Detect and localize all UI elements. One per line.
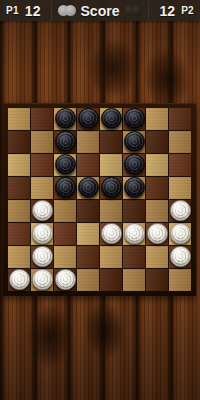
square-r4c7[interactable]	[169, 200, 191, 222]
square-r6c7[interactable]	[169, 246, 191, 268]
square-r5c1[interactable]	[31, 223, 53, 245]
square-r1c1[interactable]	[31, 131, 53, 153]
square-r1c5[interactable]	[123, 131, 145, 153]
square-r3c2[interactable]	[54, 177, 76, 199]
black-piece[interactable]	[124, 108, 145, 129]
square-r7c4[interactable]	[100, 269, 122, 291]
square-r6c0[interactable]	[8, 246, 30, 268]
square-r4c4[interactable]	[100, 200, 122, 222]
black-piece[interactable]	[124, 131, 145, 152]
square-r6c1[interactable]	[31, 246, 53, 268]
square-r1c3[interactable]	[77, 131, 99, 153]
square-r5c3[interactable]	[77, 223, 99, 245]
square-r7c2[interactable]	[54, 269, 76, 291]
square-r3c3[interactable]	[77, 177, 99, 199]
square-r5c7[interactable]	[169, 223, 191, 245]
p1-label: P1	[6, 5, 19, 16]
p1-score: 12	[25, 3, 41, 19]
square-r2c6[interactable]	[146, 154, 168, 176]
black-piece[interactable]	[124, 177, 145, 198]
square-r6c3[interactable]	[77, 246, 99, 268]
black-piece[interactable]	[55, 154, 76, 175]
square-r3c6[interactable]	[146, 177, 168, 199]
square-r2c4[interactable]	[100, 154, 122, 176]
checkers-board	[3, 103, 196, 296]
square-r1c4[interactable]	[100, 131, 122, 153]
square-r1c2[interactable]	[54, 131, 76, 153]
square-r7c6[interactable]	[146, 269, 168, 291]
black-piece[interactable]	[55, 177, 76, 198]
white-piece[interactable]	[32, 246, 53, 267]
white-piece[interactable]	[32, 200, 53, 221]
square-r7c1[interactable]	[31, 269, 53, 291]
square-r5c4[interactable]	[100, 223, 122, 245]
square-r4c2[interactable]	[54, 200, 76, 222]
black-piece[interactable]	[124, 154, 145, 175]
square-r0c6[interactable]	[146, 108, 168, 130]
black-piece[interactable]	[101, 177, 122, 198]
white-piece[interactable]	[55, 269, 76, 290]
square-r2c3[interactable]	[77, 154, 99, 176]
square-r3c4[interactable]	[100, 177, 122, 199]
square-r3c5[interactable]	[123, 177, 145, 199]
square-r5c2[interactable]	[54, 223, 76, 245]
square-r2c1[interactable]	[31, 154, 53, 176]
square-r0c4[interactable]	[100, 108, 122, 130]
board-grid	[8, 108, 191, 291]
light-disc-icon	[65, 5, 76, 16]
square-r5c6[interactable]	[146, 223, 168, 245]
square-r6c2[interactable]	[54, 246, 76, 268]
black-piece[interactable]	[78, 177, 99, 198]
white-piece[interactable]	[124, 223, 145, 244]
p2-score: 12	[160, 3, 176, 19]
white-piece[interactable]	[170, 246, 191, 267]
square-r2c2[interactable]	[54, 154, 76, 176]
square-r3c1[interactable]	[31, 177, 53, 199]
square-r6c5[interactable]	[123, 246, 145, 268]
square-r4c1[interactable]	[31, 200, 53, 222]
white-piece[interactable]	[147, 223, 168, 244]
square-r7c5[interactable]	[123, 269, 145, 291]
square-r6c4[interactable]	[100, 246, 122, 268]
square-r1c6[interactable]	[146, 131, 168, 153]
p1-score-group: P1 12	[6, 3, 40, 19]
square-r5c5[interactable]	[123, 223, 145, 245]
white-piece[interactable]	[170, 223, 191, 244]
square-r0c5[interactable]	[123, 108, 145, 130]
black-piece[interactable]	[55, 108, 76, 129]
square-r1c7[interactable]	[169, 131, 191, 153]
white-piece[interactable]	[170, 200, 191, 221]
square-r2c5[interactable]	[123, 154, 145, 176]
square-r6c6[interactable]	[146, 246, 168, 268]
square-r3c0[interactable]	[8, 177, 30, 199]
white-piece[interactable]	[32, 223, 53, 244]
square-r2c0[interactable]	[8, 154, 30, 176]
square-r1c0[interactable]	[8, 131, 30, 153]
p1-captured-pieces-icon	[58, 5, 76, 16]
white-piece[interactable]	[101, 223, 122, 244]
square-r7c7[interactable]	[169, 269, 191, 291]
white-piece[interactable]	[9, 269, 30, 290]
square-r0c7[interactable]	[169, 108, 191, 130]
p2-captured-pieces-icon	[124, 5, 142, 16]
square-r7c0[interactable]	[8, 269, 30, 291]
p2-score-group: 12 P2	[160, 3, 194, 19]
square-r5c0[interactable]	[8, 223, 30, 245]
square-r0c1[interactable]	[31, 108, 53, 130]
square-r0c0[interactable]	[8, 108, 30, 130]
square-r4c0[interactable]	[8, 200, 30, 222]
black-piece[interactable]	[78, 108, 99, 129]
square-r2c7[interactable]	[169, 154, 191, 176]
square-r4c3[interactable]	[77, 200, 99, 222]
score-center-group: Score	[51, 1, 150, 21]
square-r0c2[interactable]	[54, 108, 76, 130]
black-piece[interactable]	[55, 131, 76, 152]
p2-label: P2	[181, 5, 194, 16]
score-bar: P1 12 Score 12 P2	[0, 0, 200, 21]
score-label: Score	[81, 3, 120, 19]
square-r3c7[interactable]	[169, 177, 191, 199]
dark-disc-icon	[131, 5, 142, 16]
square-r0c3[interactable]	[77, 108, 99, 130]
square-r7c3[interactable]	[77, 269, 99, 291]
black-piece[interactable]	[101, 108, 122, 129]
square-r4c6[interactable]	[146, 200, 168, 222]
square-r4c5[interactable]	[123, 200, 145, 222]
white-piece[interactable]	[32, 269, 53, 290]
